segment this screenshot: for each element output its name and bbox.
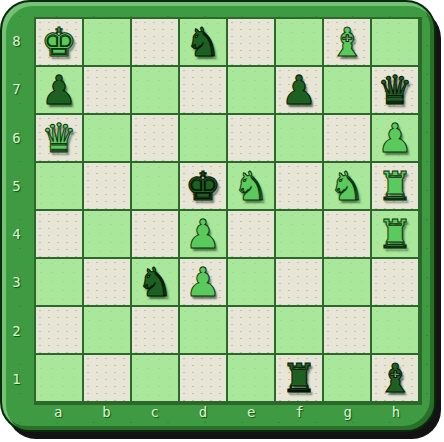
square-f4[interactable]: [275, 210, 323, 258]
square-g6[interactable]: [323, 114, 371, 162]
square-e7[interactable]: [227, 66, 275, 114]
square-d7[interactable]: [179, 66, 227, 114]
piece-black-pawn[interactable]: ♟: [41, 70, 77, 110]
piece-white-king[interactable]: ♚: [41, 22, 77, 62]
square-a3[interactable]: [35, 258, 83, 306]
square-c4[interactable]: [131, 210, 179, 258]
square-f5[interactable]: [275, 162, 323, 210]
square-a6[interactable]: ♛: [35, 114, 83, 162]
square-a1[interactable]: [35, 354, 83, 402]
square-g3[interactable]: [323, 258, 371, 306]
square-b7[interactable]: [83, 66, 131, 114]
rank-label-2: 2: [0, 307, 33, 355]
square-h2[interactable]: [371, 306, 419, 354]
square-f3[interactable]: [275, 258, 323, 306]
square-d2[interactable]: [179, 306, 227, 354]
square-f6[interactable]: [275, 114, 323, 162]
square-g5[interactable]: ♞: [323, 162, 371, 210]
square-e8[interactable]: [227, 18, 275, 66]
piece-white-pawn[interactable]: ♟: [185, 214, 221, 254]
square-g8[interactable]: ♝: [323, 18, 371, 66]
piece-white-bishop[interactable]: ♝: [329, 22, 365, 62]
square-e1[interactable]: [227, 354, 275, 402]
square-a8[interactable]: ♚: [35, 18, 83, 66]
square-f2[interactable]: [275, 306, 323, 354]
rank-label-7: 7: [0, 65, 33, 113]
piece-white-knight[interactable]: ♞: [329, 166, 365, 206]
rank-labels: 87654321: [0, 17, 33, 403]
square-b4[interactable]: [83, 210, 131, 258]
square-g2[interactable]: [323, 306, 371, 354]
piece-black-knight[interactable]: ♞: [185, 22, 221, 62]
file-label-h: h: [372, 404, 420, 428]
square-h6[interactable]: ♟: [371, 114, 419, 162]
square-e4[interactable]: [227, 210, 275, 258]
square-d8[interactable]: ♞: [179, 18, 227, 66]
square-g1[interactable]: [323, 354, 371, 402]
rank-label-4: 4: [0, 210, 33, 258]
square-d5[interactable]: ♚: [179, 162, 227, 210]
piece-white-rook[interactable]: ♜: [377, 214, 413, 254]
square-f7[interactable]: ♟: [275, 66, 323, 114]
rank-label-6: 6: [0, 114, 33, 162]
square-e5[interactable]: ♞: [227, 162, 275, 210]
piece-white-queen[interactable]: ♛: [41, 118, 77, 158]
square-h5[interactable]: ♜: [371, 162, 419, 210]
square-b3[interactable]: [83, 258, 131, 306]
square-b1[interactable]: [83, 354, 131, 402]
file-label-e: e: [227, 404, 275, 428]
rank-label-5: 5: [0, 162, 33, 210]
square-c7[interactable]: [131, 66, 179, 114]
square-d6[interactable]: [179, 114, 227, 162]
file-label-f: f: [275, 404, 323, 428]
piece-black-queen[interactable]: ♛: [377, 70, 413, 110]
piece-black-pawn[interactable]: ♟: [281, 70, 317, 110]
square-g4[interactable]: [323, 210, 371, 258]
file-label-a: a: [34, 404, 82, 428]
square-a2[interactable]: [35, 306, 83, 354]
board-grid: ♚♞♝♟♟♛♛♟♚♞♞♜♟♜♞♟♜♝: [34, 17, 422, 405]
square-h8[interactable]: [371, 18, 419, 66]
square-f1[interactable]: ♜: [275, 354, 323, 402]
piece-white-rook[interactable]: ♜: [377, 166, 413, 206]
square-d1[interactable]: [179, 354, 227, 402]
square-b2[interactable]: [83, 306, 131, 354]
file-label-d: d: [179, 404, 227, 428]
rank-label-8: 8: [0, 17, 33, 65]
square-a5[interactable]: [35, 162, 83, 210]
square-a7[interactable]: ♟: [35, 66, 83, 114]
piece-white-knight[interactable]: ♞: [233, 166, 269, 206]
square-f8[interactable]: [275, 18, 323, 66]
piece-white-pawn[interactable]: ♟: [377, 118, 413, 158]
square-c3[interactable]: ♞: [131, 258, 179, 306]
piece-black-bishop[interactable]: ♝: [377, 358, 413, 398]
square-c6[interactable]: [131, 114, 179, 162]
square-c8[interactable]: [131, 18, 179, 66]
square-a4[interactable]: [35, 210, 83, 258]
square-e3[interactable]: [227, 258, 275, 306]
square-g7[interactable]: [323, 66, 371, 114]
square-c1[interactable]: [131, 354, 179, 402]
square-e2[interactable]: [227, 306, 275, 354]
rank-label-3: 3: [0, 258, 33, 306]
square-b6[interactable]: [83, 114, 131, 162]
piece-white-pawn[interactable]: ♟: [185, 262, 221, 302]
file-label-c: c: [131, 404, 179, 428]
square-d3[interactable]: ♟: [179, 258, 227, 306]
square-h1[interactable]: ♝: [371, 354, 419, 402]
square-h3[interactable]: [371, 258, 419, 306]
rank-label-1: 1: [0, 355, 33, 403]
square-d4[interactable]: ♟: [179, 210, 227, 258]
square-h4[interactable]: ♜: [371, 210, 419, 258]
piece-black-rook[interactable]: ♜: [281, 358, 317, 398]
square-b8[interactable]: [83, 18, 131, 66]
file-labels: abcdefgh: [34, 404, 420, 428]
square-b5[interactable]: [83, 162, 131, 210]
piece-black-knight[interactable]: ♞: [137, 262, 173, 302]
square-e6[interactable]: [227, 114, 275, 162]
piece-black-king[interactable]: ♚: [185, 166, 221, 206]
file-label-g: g: [324, 404, 372, 428]
square-h7[interactable]: ♛: [371, 66, 419, 114]
file-label-b: b: [82, 404, 130, 428]
square-c5[interactable]: [131, 162, 179, 210]
square-c2[interactable]: [131, 306, 179, 354]
